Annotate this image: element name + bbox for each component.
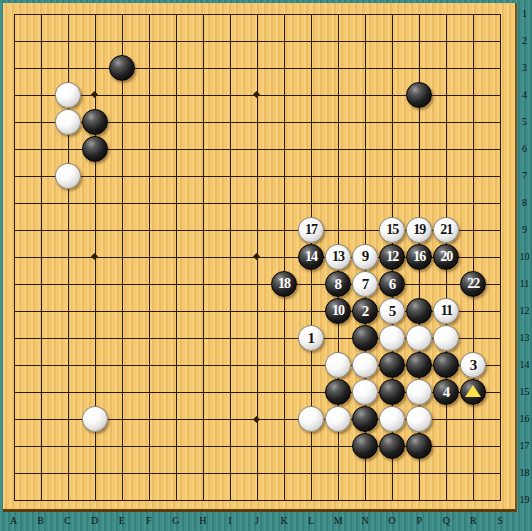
col-label-J: J — [250, 515, 264, 527]
stone-P17[interactable] — [406, 433, 432, 459]
col-label-G: G — [169, 515, 183, 527]
move-number: 9 — [362, 249, 369, 264]
move-number: 21 — [440, 223, 452, 237]
stone-P9[interactable]: 19 — [406, 217, 432, 243]
stone-Q13[interactable] — [433, 325, 459, 351]
stone-P15[interactable] — [406, 379, 432, 405]
stone-R14[interactable]: 3 — [460, 352, 486, 378]
stone-P14[interactable] — [406, 352, 432, 378]
move-number: 18 — [278, 277, 290, 291]
stone-N12[interactable]: 2 — [352, 298, 378, 324]
stone-N11[interactable]: 7 — [352, 271, 378, 297]
row-label-11: 11 — [518, 278, 531, 290]
stone-M16[interactable] — [325, 406, 351, 432]
row-label-1: 1 — [518, 8, 531, 20]
move-number: 4 — [443, 385, 450, 400]
col-label-M: M — [331, 515, 345, 527]
stone-L16[interactable] — [298, 406, 324, 432]
triangle-marker-icon — [465, 385, 481, 397]
row-label-12: 12 — [518, 305, 531, 317]
move-number: 16 — [413, 250, 425, 264]
stone-C5[interactable] — [55, 109, 81, 135]
stone-M10[interactable]: 13 — [325, 244, 351, 270]
grid-line — [473, 14, 474, 502]
row-label-14: 14 — [518, 359, 531, 371]
move-number: 12 — [386, 250, 398, 264]
stone-O12[interactable]: 5 — [379, 298, 405, 324]
stone-M15[interactable] — [325, 379, 351, 405]
row-label-5: 5 — [518, 116, 531, 128]
star-point — [253, 91, 260, 98]
move-number: 1 — [308, 331, 315, 346]
move-number: 2 — [362, 304, 369, 319]
move-number: 11 — [441, 304, 452, 318]
move-number: 6 — [389, 277, 396, 292]
stone-P4[interactable] — [406, 82, 432, 108]
col-label-O: O — [385, 515, 399, 527]
col-label-F: F — [142, 515, 156, 527]
move-number: 22 — [467, 277, 479, 291]
move-number: 19 — [413, 223, 425, 237]
stone-P10[interactable]: 16 — [406, 244, 432, 270]
col-label-B: B — [34, 515, 48, 527]
row-label-13: 13 — [518, 332, 531, 344]
stone-N10[interactable]: 9 — [352, 244, 378, 270]
move-number: 7 — [362, 277, 369, 292]
stone-L9[interactable]: 17 — [298, 217, 324, 243]
row-label-19: 19 — [518, 494, 531, 506]
stone-P12[interactable] — [406, 298, 432, 324]
star-point — [253, 416, 260, 423]
stone-O11[interactable]: 6 — [379, 271, 405, 297]
row-label-3: 3 — [518, 62, 531, 74]
grid-line — [284, 14, 285, 502]
stone-E3[interactable] — [109, 55, 135, 81]
col-label-R: R — [466, 515, 480, 527]
stone-L10[interactable]: 14 — [298, 244, 324, 270]
stone-N13[interactable] — [352, 325, 378, 351]
row-label-7: 7 — [518, 170, 531, 182]
stone-N16[interactable] — [352, 406, 378, 432]
goban[interactable]: 17151921141391216201887622102511134 — [3, 3, 517, 512]
col-label-S: S — [493, 515, 507, 527]
stone-P13[interactable] — [406, 325, 432, 351]
move-number: 13 — [332, 250, 344, 264]
stone-Q12[interactable]: 11 — [433, 298, 459, 324]
stone-N14[interactable] — [352, 352, 378, 378]
col-label-I: I — [223, 515, 237, 527]
row-label-2: 2 — [518, 35, 531, 47]
row-label-15: 15 — [518, 386, 531, 398]
row-label-10: 10 — [518, 251, 531, 263]
stone-Q9[interactable]: 21 — [433, 217, 459, 243]
stone-O9[interactable]: 15 — [379, 217, 405, 243]
move-number: 3 — [470, 358, 477, 373]
row-label-16: 16 — [518, 413, 531, 425]
stone-O13[interactable] — [379, 325, 405, 351]
stone-R11[interactable]: 22 — [460, 271, 486, 297]
row-label-6: 6 — [518, 143, 531, 155]
col-label-P: P — [412, 515, 426, 527]
move-number: 20 — [440, 250, 452, 264]
col-label-A: A — [7, 515, 21, 527]
move-number: 8 — [335, 277, 342, 292]
stone-O10[interactable]: 12 — [379, 244, 405, 270]
star-point — [91, 91, 98, 98]
col-label-K: K — [277, 515, 291, 527]
stone-C4[interactable] — [55, 82, 81, 108]
col-label-E: E — [115, 515, 129, 527]
grid-line — [500, 14, 501, 502]
move-number: 10 — [332, 304, 344, 318]
row-label-4: 4 — [518, 89, 531, 101]
stone-O15[interactable] — [379, 379, 405, 405]
grid-line — [14, 500, 502, 501]
stone-Q15[interactable]: 4 — [433, 379, 459, 405]
stone-D16[interactable] — [82, 406, 108, 432]
stone-M11[interactable]: 8 — [325, 271, 351, 297]
stone-N15[interactable] — [352, 379, 378, 405]
col-label-Q: Q — [439, 515, 453, 527]
stone-M12[interactable]: 10 — [325, 298, 351, 324]
row-label-9: 9 — [518, 224, 531, 236]
stone-M14[interactable] — [325, 352, 351, 378]
stone-Q10[interactable]: 20 — [433, 244, 459, 270]
stone-C7[interactable] — [55, 163, 81, 189]
star-point — [91, 253, 98, 260]
stone-L13[interactable]: 1 — [298, 325, 324, 351]
col-label-D: D — [88, 515, 102, 527]
stone-O17[interactable] — [379, 433, 405, 459]
col-label-H: H — [196, 515, 210, 527]
stone-K11[interactable]: 18 — [271, 271, 297, 297]
move-number: 5 — [389, 304, 396, 319]
move-number: 14 — [305, 250, 317, 264]
star-point — [253, 253, 260, 260]
move-number: 17 — [305, 223, 317, 237]
grid-line — [14, 284, 502, 285]
stone-R15[interactable] — [460, 379, 486, 405]
grid-line — [14, 473, 502, 474]
stone-D6[interactable] — [82, 136, 108, 162]
stone-P16[interactable] — [406, 406, 432, 432]
stone-O16[interactable] — [379, 406, 405, 432]
move-number: 15 — [386, 223, 398, 237]
col-label-C: C — [61, 515, 75, 527]
stone-N17[interactable] — [352, 433, 378, 459]
row-label-18: 18 — [518, 467, 531, 479]
col-label-N: N — [358, 515, 372, 527]
stone-O14[interactable] — [379, 352, 405, 378]
col-label-L: L — [304, 515, 318, 527]
stone-Q14[interactable] — [433, 352, 459, 378]
go-board-diagram: 17151921141391216201887622102511134 1234… — [0, 0, 532, 531]
row-label-17: 17 — [518, 440, 531, 452]
stone-D5[interactable] — [82, 109, 108, 135]
row-label-8: 8 — [518, 197, 531, 209]
